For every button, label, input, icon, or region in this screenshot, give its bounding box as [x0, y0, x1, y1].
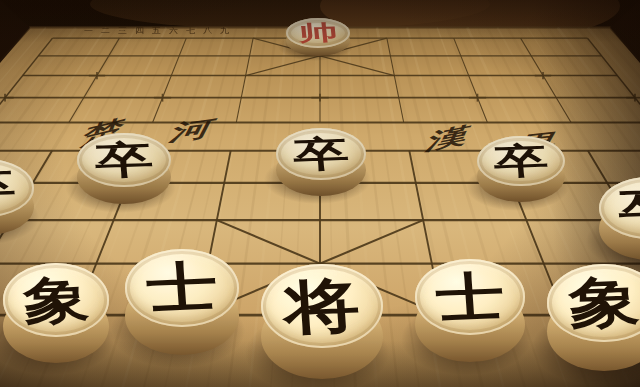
piece-black-soldier-5: 卒: [599, 177, 640, 261]
piece-character: 卒: [93, 140, 154, 180]
board-edge-inscription: 一二三四五六七八九: [84, 26, 274, 36]
piece-character: 象: [21, 273, 90, 326]
piece-character: 卒: [492, 142, 549, 179]
piece-character: 帅: [297, 22, 339, 44]
piece-black-soldier-4: 卒: [477, 136, 565, 203]
xiangqi-photo-scene: 一二三四五六七八九 楚河漢界 帅卒卒卒卒卒士士象象将: [0, 0, 640, 387]
piece-black-elephant-right: 象: [547, 264, 640, 372]
piece-black-elephant-left: 象: [3, 263, 109, 363]
piece-character: 卒: [292, 135, 351, 173]
piece-black-soldier-1: 卒: [0, 159, 34, 235]
piece-black-soldier-3: 卒: [276, 128, 366, 196]
piece-character: 士: [145, 260, 219, 316]
piece-character: 象: [567, 274, 640, 332]
piece-black-soldier-2: 卒: [77, 133, 171, 204]
piece-character: 卒: [617, 185, 640, 231]
piece-character: 将: [282, 275, 361, 337]
piece-character: 卒: [0, 167, 17, 209]
piece-black-advisor-left: 士: [125, 249, 239, 354]
piece-red-general: 帅: [286, 18, 350, 56]
piece-character: 士: [434, 269, 506, 324]
piece-black-general: 将: [261, 264, 383, 380]
piece-black-advisor-right: 士: [415, 259, 525, 362]
